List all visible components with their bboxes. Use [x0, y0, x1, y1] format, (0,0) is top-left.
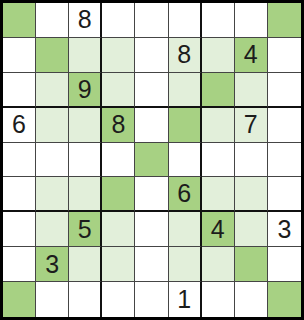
cell-r2c3[interactable] — [69, 38, 102, 73]
cell-r5c4[interactable] — [102, 143, 135, 178]
cell-r2c1[interactable] — [3, 38, 36, 73]
cell-r8c6[interactable] — [169, 247, 202, 282]
cell-r8c7[interactable] — [202, 247, 235, 282]
cell-r9c7[interactable] — [202, 282, 235, 317]
cell-r1c9[interactable] — [268, 3, 301, 38]
cell-r3c3[interactable]: 9 — [69, 73, 102, 108]
cell-r9c6[interactable]: 1 — [169, 282, 202, 317]
cell-r4c1[interactable]: 6 — [3, 108, 36, 143]
cell-r4c7[interactable] — [202, 108, 235, 143]
cell-r6c5[interactable] — [135, 177, 168, 212]
cell-r4c6[interactable] — [169, 108, 202, 143]
cell-r2c9[interactable] — [268, 38, 301, 73]
cell-r7c8[interactable] — [235, 212, 268, 247]
cell-r3c7[interactable] — [202, 73, 235, 108]
cell-r6c7[interactable] — [202, 177, 235, 212]
cell-r6c6[interactable]: 6 — [169, 177, 202, 212]
cell-r5c7[interactable] — [202, 143, 235, 178]
cell-r1c6[interactable] — [169, 3, 202, 38]
cell-r1c3[interactable]: 8 — [69, 3, 102, 38]
cell-r9c8[interactable] — [235, 282, 268, 317]
cell-r8c8[interactable] — [235, 247, 268, 282]
cell-r7c2[interactable] — [36, 212, 69, 247]
cell-r4c2[interactable] — [36, 108, 69, 143]
cell-r7c4[interactable] — [102, 212, 135, 247]
cell-r4c3[interactable] — [69, 108, 102, 143]
cell-r6c9[interactable] — [268, 177, 301, 212]
cell-r9c1[interactable] — [3, 282, 36, 317]
cell-r8c1[interactable] — [3, 247, 36, 282]
cell-r5c3[interactable] — [69, 143, 102, 178]
cell-r9c4[interactable] — [102, 282, 135, 317]
cell-r1c8[interactable] — [235, 3, 268, 38]
cell-r5c2[interactable] — [36, 143, 69, 178]
cell-r6c3[interactable] — [69, 177, 102, 212]
cell-r5c8[interactable] — [235, 143, 268, 178]
cell-r9c3[interactable] — [69, 282, 102, 317]
cell-r1c5[interactable] — [135, 3, 168, 38]
cell-r9c5[interactable] — [135, 282, 168, 317]
cell-r1c2[interactable] — [36, 3, 69, 38]
cell-r5c9[interactable] — [268, 143, 301, 178]
cell-r2c7[interactable] — [202, 38, 235, 73]
cell-r5c1[interactable] — [3, 143, 36, 178]
cell-r3c8[interactable] — [235, 73, 268, 108]
cell-r4c8[interactable]: 7 — [235, 108, 268, 143]
cell-r5c5[interactable] — [135, 143, 168, 178]
cell-r2c5[interactable] — [135, 38, 168, 73]
cell-r3c4[interactable] — [102, 73, 135, 108]
cell-r6c8[interactable] — [235, 177, 268, 212]
cell-r1c7[interactable] — [202, 3, 235, 38]
cell-r3c2[interactable] — [36, 73, 69, 108]
cell-r3c1[interactable] — [3, 73, 36, 108]
cell-r8c9[interactable] — [268, 247, 301, 282]
cell-r4c4[interactable]: 8 — [102, 108, 135, 143]
cell-r7c3[interactable]: 5 — [69, 212, 102, 247]
cell-r2c2[interactable] — [36, 38, 69, 73]
cell-r9c9[interactable] — [268, 282, 301, 317]
cell-r3c5[interactable] — [135, 73, 168, 108]
cell-r6c2[interactable] — [36, 177, 69, 212]
cell-r7c9[interactable]: 3 — [268, 212, 301, 247]
cell-r4c5[interactable] — [135, 108, 168, 143]
cell-r2c4[interactable] — [102, 38, 135, 73]
cell-r1c4[interactable] — [102, 3, 135, 38]
cell-r8c4[interactable] — [102, 247, 135, 282]
cell-r9c2[interactable] — [36, 282, 69, 317]
cell-r8c2[interactable]: 3 — [36, 247, 69, 282]
cell-r4c9[interactable] — [268, 108, 301, 143]
cell-r8c3[interactable] — [69, 247, 102, 282]
cell-r1c1[interactable] — [3, 3, 36, 38]
cell-r2c6[interactable]: 8 — [169, 38, 202, 73]
cell-r6c4[interactable] — [102, 177, 135, 212]
cell-r3c6[interactable] — [169, 73, 202, 108]
cell-r7c6[interactable] — [169, 212, 202, 247]
cell-r7c7[interactable]: 4 — [202, 212, 235, 247]
cell-r3c9[interactable] — [268, 73, 301, 108]
cell-r8c5[interactable] — [135, 247, 168, 282]
cell-r6c1[interactable] — [3, 177, 36, 212]
cell-r5c6[interactable] — [169, 143, 202, 178]
cell-r7c1[interactable] — [3, 212, 36, 247]
cell-r7c5[interactable] — [135, 212, 168, 247]
cell-r2c8[interactable]: 4 — [235, 38, 268, 73]
sudoku-board: 8849687654331 — [0, 0, 304, 320]
